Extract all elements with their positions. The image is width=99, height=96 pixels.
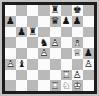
black-queen: ♛ <box>50 16 61 27</box>
white-king-fill: ♚ <box>72 80 83 91</box>
diagram-outer-rim: ♜♚♟♛♟♟♟♜♞♟♙♝♗♟♙♛♕♟♟♙♝♟♙♜♖♟♙♜♖♞♘♚♔ <box>0 0 99 96</box>
square-a2 <box>5 70 16 81</box>
square-c1 <box>27 80 38 91</box>
white-pawn-fill: ♟ <box>72 70 83 81</box>
square-f8 <box>61 5 72 16</box>
square-f4 <box>61 48 72 59</box>
square-h2 <box>83 70 94 81</box>
board-frame: ♜♚♟♛♟♟♟♜♞♟♙♝♗♟♙♛♕♟♟♙♝♟♙♜♖♟♙♜♖♞♘♚♔ <box>2 2 97 94</box>
square-h4: ♟ <box>83 48 94 59</box>
white-queen-fill: ♛ <box>72 48 83 59</box>
square-c4 <box>27 48 38 59</box>
black-rook: ♜ <box>50 5 61 16</box>
square-a5 <box>5 37 16 48</box>
white-bishop-fill: ♝ <box>72 37 83 48</box>
black-bishop: ♝ <box>16 59 27 70</box>
square-b1 <box>16 80 27 91</box>
square-a6 <box>5 27 16 38</box>
black-pawn: ♟ <box>16 27 27 38</box>
square-e4 <box>50 48 61 59</box>
square-d8 <box>38 5 49 16</box>
square-d1 <box>38 80 49 91</box>
white-pawn-fill: ♟ <box>38 48 49 59</box>
square-f1: ♞♘ <box>61 80 72 91</box>
white-pawn: ♙ <box>83 59 94 70</box>
square-f5 <box>61 37 72 48</box>
chess-board: ♜♚♟♛♟♟♟♜♞♟♙♝♗♟♙♛♕♟♟♙♝♟♙♜♖♟♙♜♖♞♘♚♔ <box>5 5 94 91</box>
square-g8: ♚ <box>72 5 83 16</box>
square-d3 <box>38 59 49 70</box>
square-c7 <box>27 16 38 27</box>
white-king: ♔ <box>72 80 83 91</box>
square-d2 <box>38 70 49 81</box>
white-pawn-fill: ♟ <box>5 59 16 70</box>
square-d6 <box>38 27 49 38</box>
black-pawn: ♟ <box>83 48 94 59</box>
square-b7 <box>16 16 27 27</box>
square-g2: ♟♙ <box>72 70 83 81</box>
square-h7 <box>83 16 94 27</box>
square-f7: ♟ <box>61 16 72 27</box>
square-h3: ♟♙ <box>83 59 94 70</box>
square-a8 <box>5 5 16 16</box>
square-f3 <box>61 59 72 70</box>
square-g1: ♚♔ <box>72 80 83 91</box>
square-b6: ♟ <box>16 27 27 38</box>
square-g4: ♛♕ <box>72 48 83 59</box>
square-d5: ♞ <box>38 37 49 48</box>
black-pawn: ♟ <box>61 16 72 27</box>
black-knight: ♞ <box>38 37 49 48</box>
square-h1 <box>83 80 94 91</box>
black-pawn: ♟ <box>5 16 16 27</box>
square-h6 <box>83 27 94 38</box>
white-rook-fill: ♜ <box>50 80 61 91</box>
square-e1: ♜♖ <box>50 80 61 91</box>
white-rook: ♖ <box>50 80 61 91</box>
black-rook: ♜ <box>27 27 38 38</box>
square-e5: ♟♙ <box>50 37 61 48</box>
square-e6 <box>50 27 61 38</box>
black-pawn: ♟ <box>72 16 83 27</box>
white-pawn: ♙ <box>72 70 83 81</box>
square-a3: ♟♙ <box>5 59 16 70</box>
square-a4 <box>5 48 16 59</box>
white-pawn: ♙ <box>5 59 16 70</box>
square-e3 <box>50 59 61 70</box>
square-g3 <box>72 59 83 70</box>
square-h5 <box>83 37 94 48</box>
white-knight: ♘ <box>61 80 72 91</box>
white-pawn: ♙ <box>50 37 61 48</box>
square-g5: ♝♗ <box>72 37 83 48</box>
square-c5 <box>27 37 38 48</box>
square-e2 <box>50 70 61 81</box>
square-f6 <box>61 27 72 38</box>
white-pawn: ♙ <box>38 48 49 59</box>
square-b5 <box>16 37 27 48</box>
white-pawn-fill: ♟ <box>50 37 61 48</box>
square-h8 <box>83 5 94 16</box>
white-pawn-fill: ♟ <box>83 59 94 70</box>
square-e8: ♜ <box>50 5 61 16</box>
square-g7: ♟ <box>72 16 83 27</box>
square-b8 <box>16 5 27 16</box>
square-b4 <box>16 48 27 59</box>
square-d7 <box>38 16 49 27</box>
square-f2: ♜♖ <box>61 70 72 81</box>
white-queen: ♕ <box>72 48 83 59</box>
white-rook: ♖ <box>61 70 72 81</box>
square-g6 <box>72 27 83 38</box>
white-bishop: ♗ <box>72 37 83 48</box>
square-c3 <box>27 59 38 70</box>
square-a1 <box>5 80 16 91</box>
square-c8 <box>27 5 38 16</box>
square-b3: ♝ <box>16 59 27 70</box>
square-c6: ♜ <box>27 27 38 38</box>
square-d4: ♟♙ <box>38 48 49 59</box>
square-a7: ♟ <box>5 16 16 27</box>
square-b2 <box>16 70 27 81</box>
square-e7: ♛ <box>50 16 61 27</box>
black-king: ♚ <box>72 5 83 16</box>
white-knight-fill: ♞ <box>61 80 72 91</box>
white-rook-fill: ♜ <box>61 70 72 81</box>
square-c2 <box>27 70 38 81</box>
